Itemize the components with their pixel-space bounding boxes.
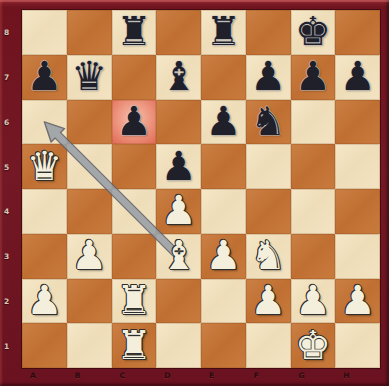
- square-h4[interactable]: [335, 189, 380, 234]
- piece-black-bishop-d7[interactable]: ♝: [161, 56, 197, 96]
- rank-label-2: 2: [4, 297, 16, 306]
- square-a5[interactable]: ♛: [22, 144, 67, 189]
- piece-white-pawn-b3[interactable]: ♟: [71, 235, 107, 275]
- square-d7[interactable]: ♝: [156, 55, 201, 100]
- square-g5[interactable]: [291, 144, 336, 189]
- square-a1[interactable]: [22, 323, 67, 368]
- square-c5[interactable]: [112, 144, 157, 189]
- square-d3[interactable]: ♝: [156, 234, 201, 279]
- file-labels: ABCDEFGH: [22, 369, 380, 384]
- file-label-a: A: [30, 371, 36, 380]
- square-h3[interactable]: [335, 234, 380, 279]
- piece-black-knight-f6[interactable]: ♞: [250, 101, 286, 141]
- square-d4[interactable]: ♟: [156, 189, 201, 234]
- square-e5[interactable]: [201, 144, 246, 189]
- rank-label-6: 6: [4, 118, 16, 127]
- square-a4[interactable]: [22, 189, 67, 234]
- square-a8[interactable]: [22, 10, 67, 55]
- square-g2[interactable]: ♟: [291, 279, 336, 324]
- rank-labels: 87654321: [0, 10, 20, 368]
- piece-white-knight-f3[interactable]: ♞: [250, 235, 286, 275]
- square-f6[interactable]: ♞: [246, 100, 291, 145]
- rank-label-4: 4: [4, 207, 16, 216]
- square-c3[interactable]: [112, 234, 157, 279]
- file-label-e: E: [209, 371, 214, 380]
- square-g4[interactable]: [291, 189, 336, 234]
- square-c7[interactable]: [112, 55, 157, 100]
- square-a2[interactable]: ♟: [22, 279, 67, 324]
- file-label-g: G: [299, 371, 305, 380]
- square-h8[interactable]: [335, 10, 380, 55]
- square-b3[interactable]: ♟: [67, 234, 112, 279]
- square-b5[interactable]: [67, 144, 112, 189]
- piece-black-pawn-h7[interactable]: ♟: [340, 56, 376, 96]
- square-c4[interactable]: [112, 189, 157, 234]
- square-d1[interactable]: [156, 323, 201, 368]
- square-c6[interactable]: ♟: [112, 100, 157, 145]
- square-f1[interactable]: [246, 323, 291, 368]
- piece-white-queen-a5[interactable]: ♛: [26, 146, 62, 186]
- square-f3[interactable]: ♞: [246, 234, 291, 279]
- chessboard[interactable]: ♜♜♚♟♛♝♟♟♟♟♟♞♛♟♟♟♝♟♞♟♜♟♟♟♜♚: [22, 10, 380, 368]
- square-h2[interactable]: ♟: [335, 279, 380, 324]
- piece-black-rook-e8[interactable]: ♜: [205, 11, 241, 51]
- square-e4[interactable]: [201, 189, 246, 234]
- square-c1[interactable]: ♜: [112, 323, 157, 368]
- file-label-h: H: [343, 371, 349, 380]
- piece-black-queen-b7[interactable]: ♛: [71, 56, 107, 96]
- square-f8[interactable]: [246, 10, 291, 55]
- rank-label-5: 5: [4, 163, 16, 172]
- square-h5[interactable]: [335, 144, 380, 189]
- square-f4[interactable]: [246, 189, 291, 234]
- square-d2[interactable]: [156, 279, 201, 324]
- square-h6[interactable]: [335, 100, 380, 145]
- square-g7[interactable]: ♟: [291, 55, 336, 100]
- square-b8[interactable]: [67, 10, 112, 55]
- file-label-b: B: [75, 371, 81, 380]
- piece-white-pawn-h2[interactable]: ♟: [340, 280, 376, 320]
- square-d8[interactable]: [156, 10, 201, 55]
- piece-white-rook-c2[interactable]: ♜: [116, 280, 152, 320]
- piece-black-pawn-d5[interactable]: ♟: [161, 146, 197, 186]
- piece-white-pawn-a2[interactable]: ♟: [26, 280, 62, 320]
- square-e2[interactable]: [201, 279, 246, 324]
- square-a6[interactable]: [22, 100, 67, 145]
- square-f2[interactable]: ♟: [246, 279, 291, 324]
- square-b7[interactable]: ♛: [67, 55, 112, 100]
- square-c2[interactable]: ♜: [112, 279, 157, 324]
- piece-white-pawn-f2[interactable]: ♟: [250, 280, 286, 320]
- rank-label-3: 3: [4, 252, 16, 261]
- square-f5[interactable]: [246, 144, 291, 189]
- piece-black-pawn-g7[interactable]: ♟: [295, 56, 331, 96]
- square-b6[interactable]: [67, 100, 112, 145]
- square-b2[interactable]: [67, 279, 112, 324]
- square-d6[interactable]: [156, 100, 201, 145]
- piece-black-pawn-e6[interactable]: ♟: [205, 101, 241, 141]
- piece-black-pawn-a7[interactable]: ♟: [26, 56, 62, 96]
- square-a3[interactable]: [22, 234, 67, 279]
- square-b4[interactable]: [67, 189, 112, 234]
- square-d5[interactable]: ♟: [156, 144, 201, 189]
- square-g8[interactable]: ♚: [291, 10, 336, 55]
- square-e1[interactable]: [201, 323, 246, 368]
- square-e3[interactable]: ♟: [201, 234, 246, 279]
- file-label-d: D: [164, 371, 170, 380]
- rank-label-7: 7: [4, 73, 16, 82]
- square-c8[interactable]: ♜: [112, 10, 157, 55]
- square-a7[interactable]: ♟: [22, 55, 67, 100]
- square-e7[interactable]: [201, 55, 246, 100]
- piece-white-king-g1[interactable]: ♚: [295, 325, 331, 365]
- square-b1[interactable]: [67, 323, 112, 368]
- piece-white-bishop-d3[interactable]: ♝: [161, 235, 197, 275]
- square-g3[interactable]: [291, 234, 336, 279]
- piece-white-rook-c1[interactable]: ♜: [116, 325, 152, 365]
- square-h7[interactable]: ♟: [335, 55, 380, 100]
- square-h1[interactable]: [335, 323, 380, 368]
- square-e6[interactable]: ♟: [201, 100, 246, 145]
- piece-black-rook-c8[interactable]: ♜: [116, 11, 152, 51]
- chess-gui-window: 87654321 ♜♜♚♟♛♝♟♟♟♟♟♞♛♟♟♟♝♟♞♟♜♟♟♟♜♚ ABCD…: [0, 0, 391, 391]
- file-label-c: C: [120, 371, 126, 380]
- rank-label-1: 1: [4, 342, 16, 351]
- square-g1[interactable]: ♚: [291, 323, 336, 368]
- square-e8[interactable]: ♜: [201, 10, 246, 55]
- square-g6[interactable]: [291, 100, 336, 145]
- piece-white-pawn-d4[interactable]: ♟: [161, 190, 197, 230]
- file-label-f: F: [254, 371, 259, 380]
- piece-black-king-g8[interactable]: ♚: [295, 11, 331, 51]
- square-f7[interactable]: ♟: [246, 55, 291, 100]
- rank-label-8: 8: [4, 28, 16, 37]
- piece-white-pawn-e3[interactable]: ♟: [205, 235, 241, 275]
- piece-black-pawn-c6[interactable]: ♟: [116, 101, 152, 141]
- piece-black-pawn-f7[interactable]: ♟: [250, 56, 286, 96]
- piece-white-pawn-g2[interactable]: ♟: [295, 280, 331, 320]
